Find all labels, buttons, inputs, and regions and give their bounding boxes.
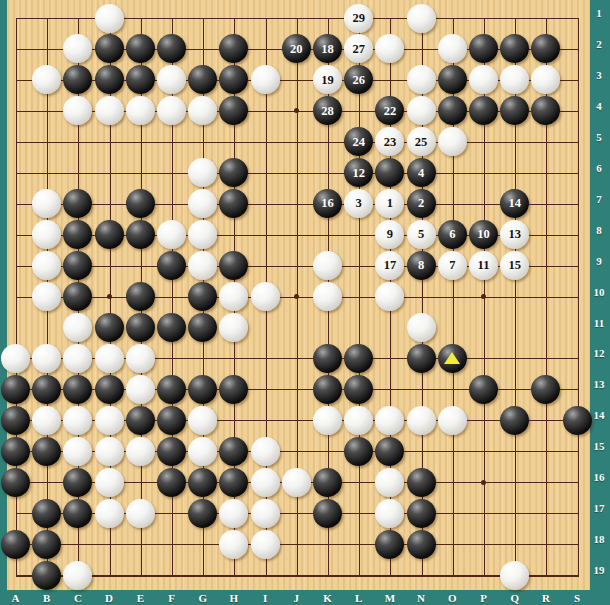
- white-stone-q19: [500, 561, 529, 590]
- black-stone-e10: [126, 282, 155, 311]
- white-stone-l14: [344, 406, 373, 435]
- black-stone-a18: [1, 530, 30, 559]
- row-label-17: 17: [594, 502, 605, 514]
- black-stone-d8: [95, 220, 124, 249]
- white-stone-d12: [95, 344, 124, 373]
- white-stone-i10: [251, 282, 280, 311]
- white-stone-g14: [188, 406, 217, 435]
- black-stone-n7: 2: [407, 189, 436, 218]
- move-number-label: 8: [418, 259, 424, 272]
- white-stone-n1: [407, 4, 436, 33]
- move-number-label: 28: [321, 105, 334, 118]
- column-label-n: N: [417, 592, 425, 604]
- white-stone-o9: 7: [438, 251, 467, 280]
- black-stone-d13: [95, 375, 124, 404]
- white-stone-g15: [188, 437, 217, 466]
- row-label-9: 9: [596, 255, 602, 267]
- white-stone-k10: [313, 282, 342, 311]
- row-label-14: 14: [594, 409, 605, 421]
- black-stone-f9: [157, 251, 186, 280]
- column-label-f: F: [168, 592, 175, 604]
- move-number-label: 10: [477, 228, 490, 241]
- white-stone-n11: [407, 313, 436, 342]
- row-label-1: 1: [596, 7, 602, 19]
- move-number-label: 17: [384, 259, 397, 272]
- black-stone-c16: [63, 468, 92, 497]
- white-stone-i17: [251, 499, 280, 528]
- black-stone-k7: 16: [313, 189, 342, 218]
- white-stone-d15: [95, 437, 124, 466]
- move-number-label: 2: [418, 197, 424, 210]
- black-stone-l12: [344, 344, 373, 373]
- black-stone-a14: [1, 406, 30, 435]
- black-stone-s14: [563, 406, 592, 435]
- move-number-label: 13: [508, 228, 521, 241]
- white-stone-k9: [313, 251, 342, 280]
- move-number-label: 11: [478, 259, 490, 272]
- black-stone-e7: [126, 189, 155, 218]
- move-number-label: 29: [352, 12, 365, 25]
- column-label-c: C: [74, 592, 82, 604]
- white-stone-e4: [126, 96, 155, 125]
- white-stone-a12: [1, 344, 30, 373]
- black-stone-n17: [407, 499, 436, 528]
- black-stone-k12: [313, 344, 342, 373]
- move-number-label: 26: [352, 74, 365, 87]
- black-stone-b19: [32, 561, 61, 590]
- column-label-g: G: [198, 592, 207, 604]
- column-label-i: I: [263, 592, 267, 604]
- row-label-10: 10: [594, 286, 605, 298]
- row-label-19: 19: [594, 564, 605, 576]
- row-label-7: 7: [596, 193, 602, 205]
- white-stone-e13: [126, 375, 155, 404]
- black-stone-k13: [313, 375, 342, 404]
- white-stone-n8: 5: [407, 220, 436, 249]
- black-stone-n9: 8: [407, 251, 436, 280]
- white-stone-i16: [251, 468, 280, 497]
- black-stone-e11: [126, 313, 155, 342]
- white-stone-f8: [157, 220, 186, 249]
- move-number-label: 27: [352, 43, 365, 56]
- white-stone-n5: 25: [407, 127, 436, 156]
- white-stone-i3: [251, 65, 280, 94]
- black-stone-d3: [95, 65, 124, 94]
- column-label-p: P: [480, 592, 487, 604]
- black-stone-o4: [438, 96, 467, 125]
- black-stone-b18: [32, 530, 61, 559]
- column-label-r: R: [542, 592, 550, 604]
- move-number-label: 15: [508, 259, 521, 272]
- white-stone-h17: [219, 499, 248, 528]
- black-stone-f15: [157, 437, 186, 466]
- move-number-label: 5: [418, 228, 424, 241]
- black-stone-b17: [32, 499, 61, 528]
- row-label-6: 6: [596, 162, 602, 174]
- black-stone-m15: [375, 437, 404, 466]
- row-label-8: 8: [596, 224, 602, 236]
- move-number-label: 9: [387, 228, 393, 241]
- row-label-13: 13: [594, 378, 605, 390]
- white-stone-d4: [95, 96, 124, 125]
- black-stone-o3: [438, 65, 467, 94]
- black-stone-f13: [157, 375, 186, 404]
- move-number-label: 7: [449, 259, 455, 272]
- column-label-k: K: [323, 592, 332, 604]
- black-stone-n18: [407, 530, 436, 559]
- white-stone-p9: 11: [469, 251, 498, 280]
- white-stone-o5: [438, 127, 467, 156]
- black-stone-b13: [32, 375, 61, 404]
- row-label-12: 12: [594, 347, 605, 359]
- column-label-e: E: [137, 592, 144, 604]
- black-stone-m18: [375, 530, 404, 559]
- white-stone-d16: [95, 468, 124, 497]
- column-label-h: H: [230, 592, 239, 604]
- black-stone-d2: [95, 34, 124, 63]
- black-stone-h16: [219, 468, 248, 497]
- move-number-label: 3: [356, 197, 362, 210]
- black-stone-d11: [95, 313, 124, 342]
- move-number-label: 12: [352, 167, 365, 180]
- black-stone-g11: [188, 313, 217, 342]
- black-stone-l15: [344, 437, 373, 466]
- black-stone-g16: [188, 468, 217, 497]
- row-label-15: 15: [594, 440, 605, 452]
- black-stone-a13: [1, 375, 30, 404]
- column-label-o: O: [448, 592, 457, 604]
- move-number-label: 16: [321, 197, 334, 210]
- black-stone-f11: [157, 313, 186, 342]
- black-stone-k17: [313, 499, 342, 528]
- white-stone-e15: [126, 437, 155, 466]
- column-label-q: Q: [510, 592, 519, 604]
- move-number-label: 20: [290, 43, 303, 56]
- white-stone-j16: [282, 468, 311, 497]
- star-point-j10: [294, 294, 299, 299]
- white-stone-n3: [407, 65, 436, 94]
- black-stone-n12: [407, 344, 436, 373]
- black-stone-c17: [63, 499, 92, 528]
- white-stone-c19: [63, 561, 92, 590]
- row-label-16: 16: [594, 471, 605, 483]
- white-stone-l1: 29: [344, 4, 373, 33]
- row-label-3: 3: [596, 69, 602, 81]
- move-number-label: 6: [449, 228, 455, 241]
- white-stone-k14: [313, 406, 342, 435]
- white-stone-n14: [407, 406, 436, 435]
- white-stone-i15: [251, 437, 280, 466]
- go-record-screen: 2920182719262822242325124163121495610131…: [0, 0, 610, 605]
- white-stone-b12: [32, 344, 61, 373]
- black-stone-e8: [126, 220, 155, 249]
- row-label-18: 18: [594, 533, 605, 545]
- black-stone-f14: [157, 406, 186, 435]
- column-label-m: M: [385, 592, 395, 604]
- white-stone-n4: [407, 96, 436, 125]
- black-stone-n6: 4: [407, 158, 436, 187]
- black-stone-o8: 6: [438, 220, 467, 249]
- black-stone-p13: [469, 375, 498, 404]
- row-label-5: 5: [596, 131, 602, 143]
- row-label-11: 11: [594, 317, 604, 329]
- white-stone-o14: [438, 406, 467, 435]
- triangle-marker-icon: [444, 352, 460, 364]
- move-number-label: 22: [384, 105, 397, 118]
- black-stone-n16: [407, 468, 436, 497]
- move-number-label: 19: [321, 74, 334, 87]
- move-number-label: 18: [321, 43, 334, 56]
- white-stone-m16: [375, 468, 404, 497]
- column-label-a: A: [12, 592, 20, 604]
- white-stone-m17: [375, 499, 404, 528]
- black-stone-p8: 10: [469, 220, 498, 249]
- move-number-label: 23: [384, 136, 397, 149]
- move-number-label: 14: [508, 197, 521, 210]
- white-stone-i18: [251, 530, 280, 559]
- move-number-label: 24: [352, 136, 365, 149]
- black-stone-g13: [188, 375, 217, 404]
- row-label-4: 4: [596, 100, 602, 112]
- black-stone-a16: [1, 468, 30, 497]
- black-stone-a15: [1, 437, 30, 466]
- column-label-d: D: [105, 592, 113, 604]
- goban[interactable]: 2920182719262822242325124163121495610131…: [7, 0, 590, 590]
- black-stone-k16: [313, 468, 342, 497]
- white-stone-e17: [126, 499, 155, 528]
- black-stone-h15: [219, 437, 248, 466]
- black-stone-f16: [157, 468, 186, 497]
- move-number-label: 1: [387, 197, 393, 210]
- black-stone-e3: [126, 65, 155, 94]
- column-label-l: L: [355, 592, 362, 604]
- black-stone-e14: [126, 406, 155, 435]
- white-stone-d1: [95, 4, 124, 33]
- white-stone-h18: [219, 530, 248, 559]
- black-stone-g17: [188, 499, 217, 528]
- column-label-s: S: [574, 592, 580, 604]
- column-label-b: B: [43, 592, 50, 604]
- white-stone-d14: [95, 406, 124, 435]
- move-number-label: 25: [415, 136, 428, 149]
- white-stone-d17: [95, 499, 124, 528]
- black-stone-l13: [344, 375, 373, 404]
- column-label-j: J: [294, 592, 300, 604]
- star-point-d10: [107, 294, 112, 299]
- move-number-label: 4: [418, 167, 424, 180]
- white-stone-e12: [126, 344, 155, 373]
- white-stone-b14: [32, 406, 61, 435]
- black-stone-b15: [32, 437, 61, 466]
- row-label-2: 2: [596, 38, 602, 50]
- black-stone-q14: [500, 406, 529, 435]
- white-stone-c15: [63, 437, 92, 466]
- star-point-p16: [481, 480, 486, 485]
